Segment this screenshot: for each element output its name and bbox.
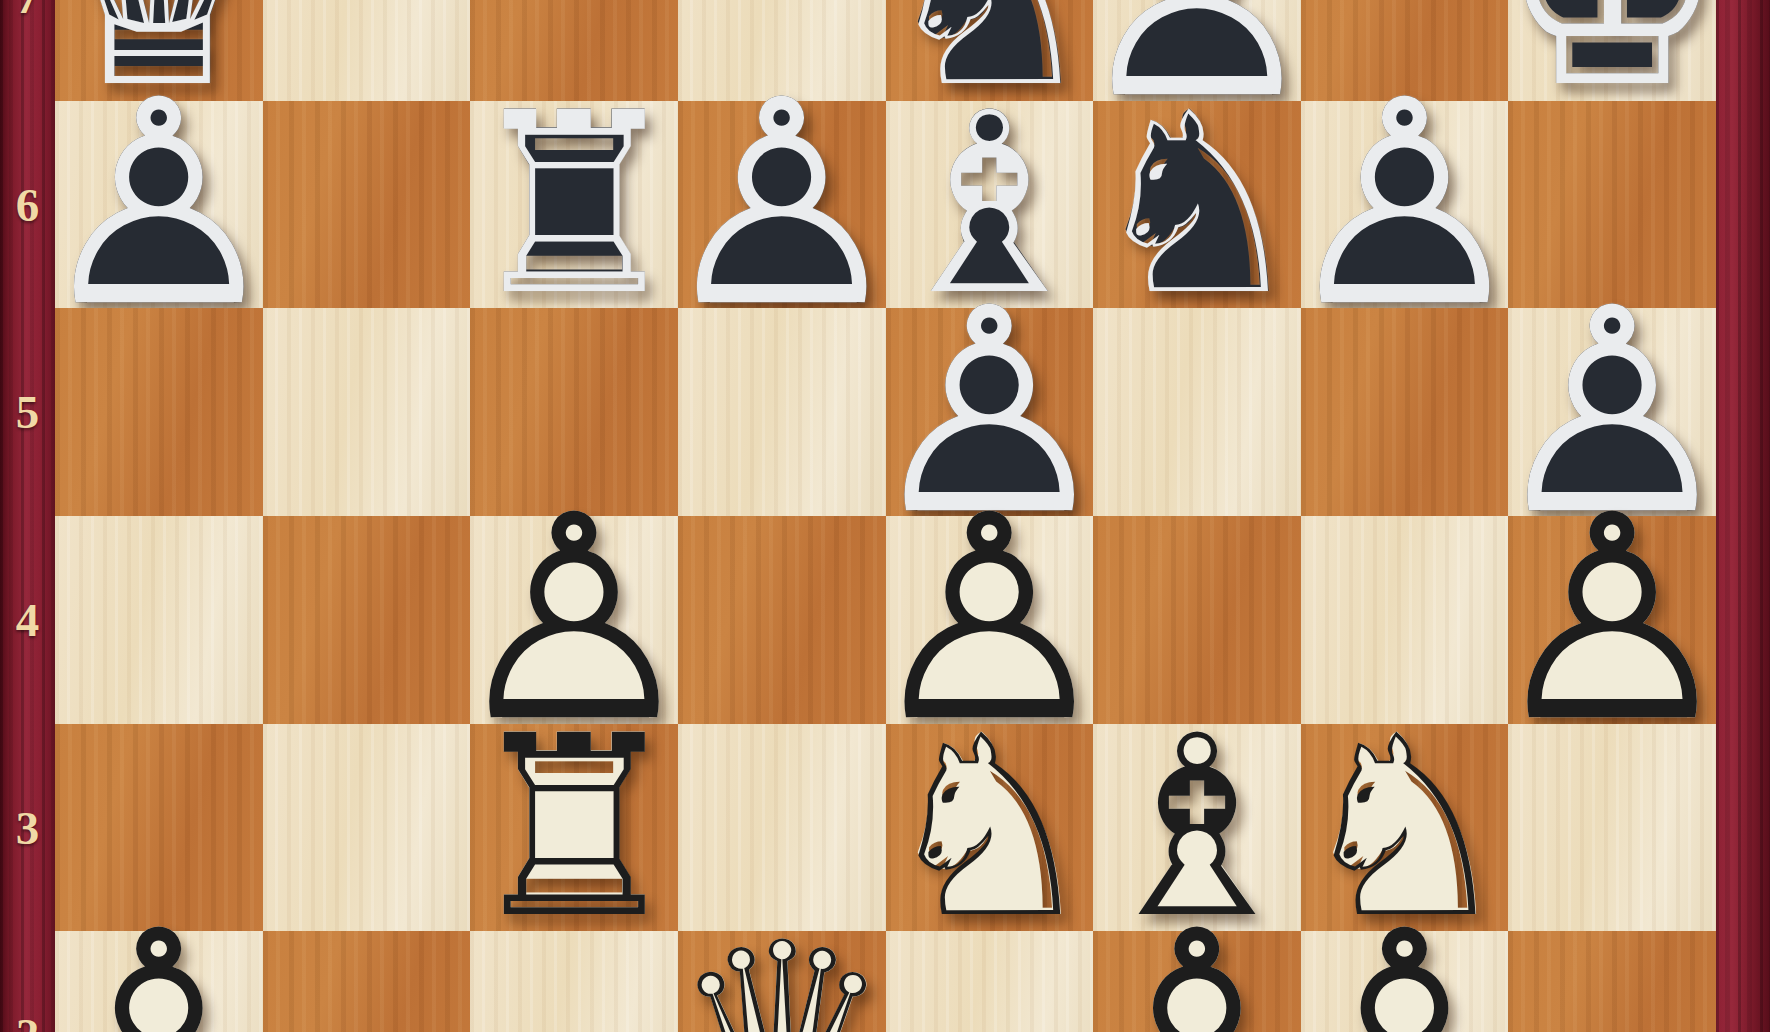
square-g5[interactable] <box>1301 308 1509 516</box>
square-b6[interactable] <box>263 101 471 309</box>
square-f5[interactable] <box>1093 308 1301 516</box>
board-frame-right <box>1716 0 1770 1032</box>
rank-label-7: 7 <box>0 0 55 24</box>
piece-black-king-h7[interactable]: ♚♔ <box>1508 0 1716 101</box>
piece-glyph-outline-layer: ♘ <box>1093 101 1301 309</box>
square-f2[interactable]: ♟♙ <box>1093 931 1301 1032</box>
square-g2[interactable]: ♟♙ <box>1301 931 1509 1032</box>
rank-label-2: 2 <box>0 1008 55 1032</box>
piece-glyph-outline-layer: ♙ <box>1301 931 1509 1032</box>
rank-label-4: 4 <box>0 593 55 647</box>
square-e2[interactable] <box>886 931 1094 1032</box>
rank-label-6: 6 <box>0 178 55 232</box>
square-h7[interactable]: ♚♔ <box>1508 0 1716 101</box>
chess-board: ♛♕♞♘♟♙♚♔♟♙♜♖♟♙♝♗♞♘♟♙♟♙♟♙♟♙♟♙♟♙♜♖♞♘♝♗♞♘♟♙… <box>55 0 1716 1032</box>
square-b5[interactable] <box>263 308 471 516</box>
piece-glyph-outline-layer: ♕ <box>678 931 886 1032</box>
piece-white-queen-d2[interactable]: ♛♕ <box>678 931 886 1032</box>
square-b7[interactable] <box>263 0 471 101</box>
square-b4[interactable] <box>263 516 471 724</box>
piece-white-pawn-a2[interactable]: ♟♙ <box>55 931 263 1032</box>
square-h4[interactable]: ♟♙ <box>1508 516 1716 724</box>
board-frame-left <box>0 0 55 1032</box>
square-a2[interactable]: ♟♙ <box>55 931 263 1032</box>
chessboard-screenshot: ♛♕♞♘♟♙♚♔♟♙♜♖♟♙♝♗♞♘♟♙♟♙♟♙♟♙♟♙♟♙♜♖♞♘♝♗♞♘♟♙… <box>0 0 1770 1032</box>
square-h2[interactable] <box>1508 931 1716 1032</box>
piece-glyph-outline-layer: ♘ <box>886 724 1094 932</box>
piece-glyph-outline-layer: ♙ <box>55 101 263 309</box>
square-a5[interactable] <box>55 308 263 516</box>
square-d2[interactable]: ♛♕ <box>678 931 886 1032</box>
piece-glyph-outline-layer: ♙ <box>1508 516 1716 724</box>
square-f6[interactable]: ♞♘ <box>1093 101 1301 309</box>
square-e3[interactable]: ♞♘ <box>886 724 1094 932</box>
piece-white-knight-e3[interactable]: ♞♘ <box>886 724 1094 932</box>
piece-glyph-outline-layer: ♔ <box>1508 0 1716 101</box>
rank-label-5: 5 <box>0 385 55 439</box>
piece-black-knight-f6[interactable]: ♞♘ <box>1093 101 1301 309</box>
piece-black-pawn-g6[interactable]: ♟♙ <box>1301 101 1509 309</box>
square-c3[interactable]: ♜♖ <box>470 724 678 932</box>
square-a4[interactable] <box>55 516 263 724</box>
square-a6[interactable]: ♟♙ <box>55 101 263 309</box>
piece-white-pawn-g2[interactable]: ♟♙ <box>1301 931 1509 1032</box>
square-b2[interactable] <box>263 931 471 1032</box>
piece-white-pawn-f2[interactable]: ♟♙ <box>1093 931 1301 1032</box>
piece-glyph-outline-layer: ♙ <box>678 101 886 309</box>
square-d4[interactable] <box>678 516 886 724</box>
piece-glyph-outline-layer: ♙ <box>1301 101 1509 309</box>
piece-glyph-outline-layer: ♙ <box>55 931 263 1032</box>
square-d5[interactable] <box>678 308 886 516</box>
piece-black-rook-c6[interactable]: ♜♖ <box>470 101 678 309</box>
square-g6[interactable]: ♟♙ <box>1301 101 1509 309</box>
square-c2[interactable] <box>470 931 678 1032</box>
piece-black-pawn-a6[interactable]: ♟♙ <box>55 101 263 309</box>
rank-label-3: 3 <box>0 801 55 855</box>
piece-glyph-outline-layer: ♖ <box>470 101 678 309</box>
square-h3[interactable] <box>1508 724 1716 932</box>
piece-white-pawn-h4[interactable]: ♟♙ <box>1508 516 1716 724</box>
square-d6[interactable]: ♟♙ <box>678 101 886 309</box>
square-c6[interactable]: ♜♖ <box>470 101 678 309</box>
piece-glyph-outline-layer: ♖ <box>470 724 678 932</box>
piece-glyph-outline-layer: ♙ <box>1093 931 1301 1032</box>
piece-white-rook-c3[interactable]: ♜♖ <box>470 724 678 932</box>
square-b3[interactable] <box>263 724 471 932</box>
piece-black-pawn-d6[interactable]: ♟♙ <box>678 101 886 309</box>
